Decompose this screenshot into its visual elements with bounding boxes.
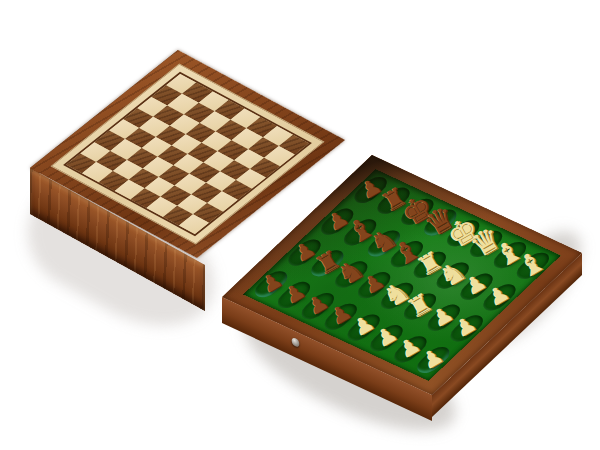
drawer-knob — [292, 337, 300, 349]
chess-box-scene: { "game": "chess", "scene_description": … — [0, 0, 600, 450]
